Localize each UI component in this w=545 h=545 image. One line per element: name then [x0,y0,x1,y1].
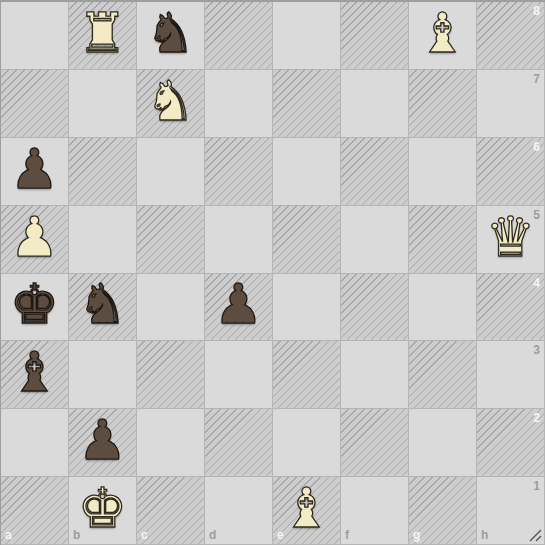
square-c2[interactable] [137,409,205,477]
square-h2[interactable]: 2 [477,409,545,477]
square-b5[interactable] [69,206,137,274]
square-a1[interactable]: a [1,477,69,545]
square-d6[interactable] [205,138,273,206]
square-b1[interactable]: b♚ [69,477,137,545]
piece-black-pawn[interactable]: ♟ [78,413,127,472]
piece-white-king[interactable]: ♚ [78,481,127,540]
square-d8[interactable] [205,2,273,70]
piece-black-knight[interactable]: ♞ [78,277,127,336]
square-d7[interactable] [205,70,273,138]
square-b4[interactable]: ♞ [69,274,137,342]
square-g5[interactable] [409,206,477,274]
piece-white-rook[interactable]: ♜ [78,6,127,65]
rank-label-1: 1 [533,480,540,492]
square-h3[interactable]: 3 [477,341,545,409]
file-label-f: f [345,529,349,541]
square-f7[interactable] [341,70,409,138]
square-e4[interactable] [273,274,341,342]
square-e8[interactable] [273,2,341,70]
piece-black-pawn[interactable]: ♟ [214,277,263,336]
square-e5[interactable] [273,206,341,274]
square-a4[interactable]: ♚ [1,274,69,342]
square-d5[interactable] [205,206,273,274]
square-c4[interactable] [137,274,205,342]
rank-label-6: 6 [533,141,540,153]
piece-white-bishop[interactable]: ♝ [418,6,467,65]
chess-board-widget: ♜♞♝8♞7♟6♟5♛♚♞♟4♝3♟2ab♚cde♝fg1h [0,0,545,545]
rank-label-7: 7 [533,73,540,85]
square-g1[interactable]: g [409,477,477,545]
file-label-d: d [209,529,216,541]
square-f1[interactable]: f [341,477,409,545]
square-f4[interactable] [341,274,409,342]
piece-white-knight[interactable]: ♞ [146,74,195,133]
square-c7[interactable]: ♞ [137,70,205,138]
file-label-c: c [141,529,148,541]
piece-black-pawn[interactable]: ♟ [10,142,59,201]
square-c3[interactable] [137,341,205,409]
rank-label-4: 4 [533,277,540,289]
square-d2[interactable] [205,409,273,477]
piece-white-bishop[interactable]: ♝ [282,481,331,540]
square-g4[interactable] [409,274,477,342]
square-a2[interactable] [1,409,69,477]
square-h6[interactable]: 6 [477,138,545,206]
square-h8[interactable]: 8 [477,2,545,70]
piece-white-pawn[interactable]: ♟ [10,210,59,269]
square-g2[interactable] [409,409,477,477]
rank-label-2: 2 [533,412,540,424]
piece-black-king[interactable]: ♚ [10,277,59,336]
file-label-a: a [5,529,12,541]
square-b7[interactable] [69,70,137,138]
square-e2[interactable] [273,409,341,477]
square-a8[interactable] [1,2,69,70]
square-g6[interactable] [409,138,477,206]
square-e6[interactable] [273,138,341,206]
square-e7[interactable] [273,70,341,138]
square-h5[interactable]: 5♛ [477,206,545,274]
square-e3[interactable] [273,341,341,409]
square-d3[interactable] [205,341,273,409]
square-a5[interactable]: ♟ [1,206,69,274]
square-f8[interactable] [341,2,409,70]
square-g7[interactable] [409,70,477,138]
square-b3[interactable] [69,341,137,409]
square-g8[interactable]: ♝ [409,2,477,70]
square-a3[interactable]: ♝ [1,341,69,409]
square-b8[interactable]: ♜ [69,2,137,70]
square-h7[interactable]: 7 [477,70,545,138]
piece-black-bishop[interactable]: ♝ [10,345,59,404]
square-d4[interactable]: ♟ [205,274,273,342]
square-f6[interactable] [341,138,409,206]
piece-black-knight[interactable]: ♞ [146,6,195,65]
piece-white-queen[interactable]: ♛ [486,210,535,269]
square-f3[interactable] [341,341,409,409]
file-label-g: g [413,529,420,541]
square-c5[interactable] [137,206,205,274]
square-d1[interactable]: d [205,477,273,545]
square-g3[interactable] [409,341,477,409]
chess-board: ♜♞♝8♞7♟6♟5♛♚♞♟4♝3♟2ab♚cde♝fg1h [0,0,545,545]
square-a7[interactable] [1,70,69,138]
square-c8[interactable]: ♞ [137,2,205,70]
rank-label-3: 3 [533,344,540,356]
square-a6[interactable]: ♟ [1,138,69,206]
square-f5[interactable] [341,206,409,274]
square-f2[interactable] [341,409,409,477]
resize-grip-icon[interactable] [528,528,542,542]
square-c1[interactable]: c [137,477,205,545]
square-b6[interactable] [69,138,137,206]
square-b2[interactable]: ♟ [69,409,137,477]
square-h1[interactable]: 1h [477,477,545,545]
square-h4[interactable]: 4 [477,274,545,342]
file-label-h: h [481,529,488,541]
square-e1[interactable]: e♝ [273,477,341,545]
rank-label-8: 8 [533,5,540,17]
square-c6[interactable] [137,138,205,206]
